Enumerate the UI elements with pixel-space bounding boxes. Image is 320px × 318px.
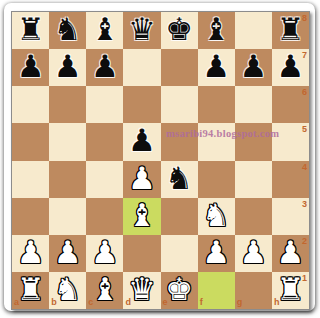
white-bishop-c1[interactable]: ♝: [86, 271, 123, 308]
square-c3[interactable]: [86, 198, 123, 235]
white-rook-a1[interactable]: ♜: [12, 271, 49, 308]
square-d4[interactable]: ♟: [123, 161, 160, 198]
square-b3[interactable]: [49, 198, 86, 235]
white-bishop-d3[interactable]: ♝: [123, 197, 160, 234]
rank-label-4: 4: [302, 163, 307, 172]
image-frame: ♜♞♝♛♚♝8♜♟♟♟♟♟7♟6♟5♟♞4♝♞3♟♟♟♟♟2♟a♜b♞c♝d♛e…: [4, 3, 315, 311]
square-g8[interactable]: [235, 12, 272, 49]
black-knight-e4[interactable]: ♞: [161, 160, 198, 197]
black-queen-d8[interactable]: ♛: [123, 11, 160, 48]
square-c7[interactable]: ♟: [86, 49, 123, 86]
square-c6[interactable]: [86, 86, 123, 123]
square-h6[interactable]: 6: [272, 86, 309, 123]
square-c5[interactable]: [86, 123, 123, 160]
square-b5[interactable]: [49, 123, 86, 160]
square-b2[interactable]: ♟: [49, 235, 86, 272]
square-g7[interactable]: ♟: [235, 49, 272, 86]
black-rook-a8[interactable]: ♜: [12, 11, 49, 48]
square-a6[interactable]: [12, 86, 49, 123]
square-f4[interactable]: [198, 161, 235, 198]
square-e2[interactable]: [161, 235, 198, 272]
square-d1[interactable]: d♛: [123, 272, 160, 309]
square-a8[interactable]: ♜: [12, 12, 49, 49]
white-knight-f3[interactable]: ♞: [198, 197, 235, 234]
white-knight-b1[interactable]: ♞: [49, 271, 86, 308]
square-b8[interactable]: ♞: [49, 12, 86, 49]
square-e7[interactable]: [161, 49, 198, 86]
square-b4[interactable]: [49, 161, 86, 198]
square-e4[interactable]: ♞: [161, 161, 198, 198]
square-e5[interactable]: [161, 123, 198, 160]
square-f5[interactable]: [198, 123, 235, 160]
square-h7[interactable]: 7♟: [272, 49, 309, 86]
square-a2[interactable]: ♟: [12, 235, 49, 272]
rank-label-6: 6: [302, 88, 307, 97]
white-pawn-b2[interactable]: ♟: [49, 234, 86, 271]
square-g5[interactable]: [235, 123, 272, 160]
square-h4[interactable]: 4: [272, 161, 309, 198]
square-a7[interactable]: ♟: [12, 49, 49, 86]
square-c1[interactable]: c♝: [86, 272, 123, 309]
square-g6[interactable]: [235, 86, 272, 123]
black-pawn-c7[interactable]: ♟: [86, 48, 123, 85]
white-king-e1[interactable]: ♚: [161, 271, 198, 308]
square-f8[interactable]: ♝: [198, 12, 235, 49]
square-c8[interactable]: ♝: [86, 12, 123, 49]
white-pawn-g2[interactable]: ♟: [235, 234, 272, 271]
black-knight-b8[interactable]: ♞: [49, 11, 86, 48]
screenshot-canvas: ♜♞♝♛♚♝8♜♟♟♟♟♟7♟6♟5♟♞4♝♞3♟♟♟♟♟2♟a♜b♞c♝d♛e…: [0, 0, 320, 318]
square-f2[interactable]: ♟: [198, 235, 235, 272]
file-label-g: g: [237, 298, 243, 307]
rank-label-3: 3: [302, 200, 307, 209]
white-pawn-d4[interactable]: ♟: [123, 160, 160, 197]
white-pawn-h2[interactable]: ♟: [272, 234, 309, 271]
square-e3[interactable]: [161, 198, 198, 235]
square-h5[interactable]: 5: [272, 123, 309, 160]
square-d2[interactable]: [123, 235, 160, 272]
square-h8[interactable]: 8♜: [272, 12, 309, 49]
square-d8[interactable]: ♛: [123, 12, 160, 49]
black-pawn-f7[interactable]: ♟: [198, 48, 235, 85]
square-c4[interactable]: [86, 161, 123, 198]
white-rook-h1[interactable]: ♜: [272, 271, 309, 308]
black-rook-h8[interactable]: ♜: [272, 11, 309, 48]
square-h3[interactable]: 3: [272, 198, 309, 235]
square-e1[interactable]: e♚: [161, 272, 198, 309]
black-pawn-b7[interactable]: ♟: [49, 48, 86, 85]
square-h2[interactable]: 2♟: [272, 235, 309, 272]
white-queen-d1[interactable]: ♛: [123, 271, 160, 308]
square-d6[interactable]: [123, 86, 160, 123]
square-c2[interactable]: ♟: [86, 235, 123, 272]
square-a3[interactable]: [12, 198, 49, 235]
file-label-f: f: [200, 298, 203, 307]
square-f3[interactable]: ♞: [198, 198, 235, 235]
square-g4[interactable]: [235, 161, 272, 198]
square-d5[interactable]: ♟: [123, 123, 160, 160]
white-pawn-a2[interactable]: ♟: [12, 234, 49, 271]
square-g1[interactable]: g: [235, 272, 272, 309]
square-b7[interactable]: ♟: [49, 49, 86, 86]
rank-label-5: 5: [302, 125, 307, 134]
black-pawn-d5[interactable]: ♟: [123, 122, 160, 159]
white-pawn-f2[interactable]: ♟: [198, 234, 235, 271]
white-pawn-c2[interactable]: ♟: [86, 234, 123, 271]
black-pawn-a7[interactable]: ♟: [12, 48, 49, 85]
square-g2[interactable]: ♟: [235, 235, 272, 272]
square-e8[interactable]: ♚: [161, 12, 198, 49]
square-f7[interactable]: ♟: [198, 49, 235, 86]
square-f1[interactable]: f: [198, 272, 235, 309]
square-f6[interactable]: [198, 86, 235, 123]
square-h1[interactable]: 1h♜: [272, 272, 309, 309]
square-b1[interactable]: b♞: [49, 272, 86, 309]
black-bishop-c8[interactable]: ♝: [86, 11, 123, 48]
black-bishop-f8[interactable]: ♝: [198, 11, 235, 48]
black-pawn-h7[interactable]: ♟: [272, 48, 309, 85]
square-a1[interactable]: a♜: [12, 272, 49, 309]
square-a4[interactable]: [12, 161, 49, 198]
black-king-e8[interactable]: ♚: [161, 11, 198, 48]
square-a5[interactable]: [12, 123, 49, 160]
black-pawn-g7[interactable]: ♟: [235, 48, 272, 85]
square-d7[interactable]: [123, 49, 160, 86]
square-d3[interactable]: ♝: [123, 198, 160, 235]
chess-board: ♜♞♝♛♚♝8♜♟♟♟♟♟7♟6♟5♟♞4♝♞3♟♟♟♟♟2♟a♜b♞c♝d♛e…: [11, 11, 310, 310]
square-e6[interactable]: [161, 86, 198, 123]
square-b6[interactable]: [49, 86, 86, 123]
square-g3[interactable]: [235, 198, 272, 235]
